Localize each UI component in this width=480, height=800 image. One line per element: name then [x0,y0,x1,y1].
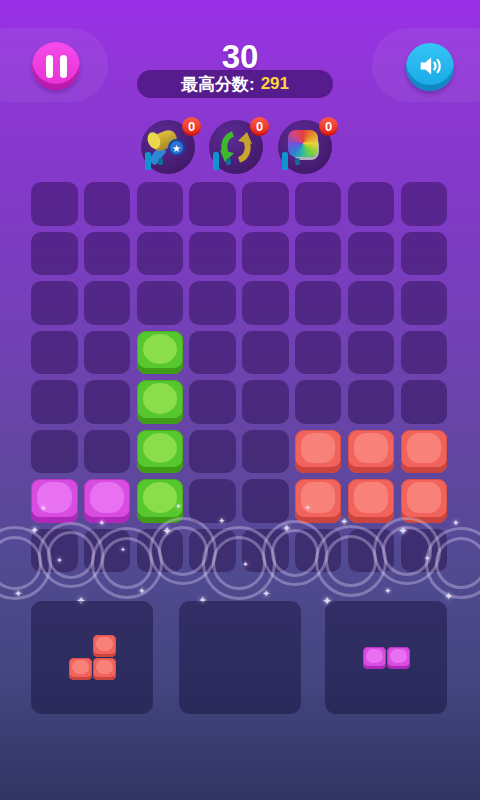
piece-tray-3[interactable] [325,601,447,714]
board-cell [295,281,342,325]
block-red [69,658,92,680]
powerup-swap-button[interactable]: 0 [209,120,263,174]
board-cell [401,232,448,276]
board-cell [31,529,78,573]
powerup-hammer-button[interactable]: ★ 0 [141,120,195,174]
block-red [93,658,116,680]
board-cell [84,479,131,523]
board-cell [348,331,395,375]
board-cell [137,331,184,375]
best-score-pill: 最高分数: 291 [137,70,333,98]
board-cell [84,232,131,276]
block-pink [84,479,131,523]
hammer-count-badge: 0 [182,117,201,136]
board-cell [84,529,131,573]
board-cell [137,232,184,276]
speaker-icon [416,52,444,83]
board-cell [84,380,131,424]
board-cell [242,281,289,325]
board-cell [189,529,236,573]
board-cell [295,529,342,573]
board-cell [189,430,236,474]
board-cell [137,380,184,424]
board-cell [401,182,448,226]
board-cell [348,182,395,226]
block-pink [387,647,410,669]
board-cell [295,380,342,424]
board-cell [295,430,342,474]
powerup-palette-button[interactable]: 0 [278,120,332,174]
board-cell [189,232,236,276]
board-cell [31,380,78,424]
board-cell [295,182,342,226]
block-green [137,479,184,523]
sound-button[interactable] [406,43,454,91]
board-cell [189,281,236,325]
board-cell [348,430,395,474]
board-cell [348,479,395,523]
lock-icon [138,155,158,178]
board-cell [242,182,289,226]
board-cell [189,182,236,226]
board-cell [31,182,78,226]
board-cell [242,479,289,523]
board-cell [348,232,395,276]
block-red [401,430,448,474]
swap-count-badge: 0 [250,117,269,136]
piece-tray-1[interactable] [31,601,153,714]
block-red [401,479,448,523]
board-cell [137,529,184,573]
board-cell [84,182,131,226]
board-cell [31,479,78,523]
lock-icon [275,155,295,178]
board-cell [242,529,289,573]
board-cell [348,281,395,325]
board-cell [401,380,448,424]
board-cell [189,380,236,424]
block-red [295,479,342,523]
board-cell [295,232,342,276]
board-cell [31,430,78,474]
piece-tray-2 [179,601,301,714]
board-cell [137,281,184,325]
block-pink [363,647,386,669]
lock-icon [206,155,226,178]
board-cell [295,331,342,375]
palette-count-badge: 0 [319,117,338,136]
board-cell [242,430,289,474]
game-board[interactable] [31,182,447,572]
board-cell [348,529,395,573]
block-pink [31,479,78,523]
board-cell [401,479,448,523]
board-cell [242,331,289,375]
block-green [137,430,184,474]
board-cell [84,430,131,474]
block-green [137,380,184,424]
board-cell [242,380,289,424]
board-cell [242,232,289,276]
board-cell [84,331,131,375]
board-cell [401,430,448,474]
board-cell [189,479,236,523]
block-red [348,479,395,523]
board-cell [348,380,395,424]
best-score-label: 最高分数: [181,73,255,96]
block-red [348,430,395,474]
board-cell [189,331,236,375]
best-score-value: 291 [261,74,289,94]
block-red [93,635,116,657]
block-red [295,430,342,474]
board-cell [137,430,184,474]
board-cell [31,232,78,276]
board-cell [401,281,448,325]
board-cell [137,182,184,226]
block-green [137,331,184,375]
board-cell [401,529,448,573]
board-cell [31,331,78,375]
board-cell [401,331,448,375]
board-cell [31,281,78,325]
tray-piece[interactable] [68,635,116,681]
board-cell [84,281,131,325]
board-cell [137,479,184,523]
board-cell [295,479,342,523]
tray-piece[interactable] [362,646,410,669]
